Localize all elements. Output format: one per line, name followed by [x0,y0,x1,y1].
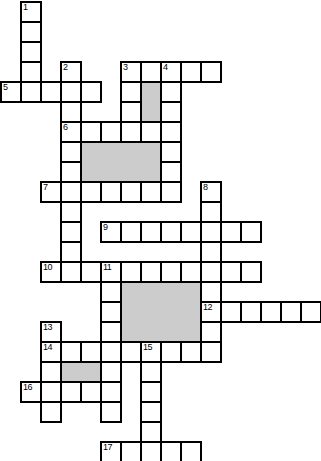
grid-cell[interactable]: 2 [60,61,82,83]
grid-cell[interactable] [200,281,222,303]
grid-cell[interactable] [80,81,102,103]
grid-cell[interactable]: 13 [40,321,62,343]
grid-cell[interactable] [200,341,222,363]
grid-cell[interactable] [100,341,122,363]
grid-cell[interactable]: 15 [140,341,162,363]
grid-cell[interactable] [200,201,222,223]
grid-cell[interactable] [80,121,102,143]
grid-cell[interactable] [60,141,82,163]
grid-cell[interactable] [160,341,182,363]
clue-number: 5 [3,83,8,92]
grid-cell[interactable] [180,261,202,283]
grid-cell[interactable] [100,321,122,343]
clue-number: 7 [43,183,48,192]
grid-cell[interactable]: 6 [60,121,82,143]
grid-cell[interactable] [220,301,242,323]
grid-cell[interactable] [80,261,102,283]
grid-cell[interactable] [160,181,182,203]
grid-cell[interactable] [100,361,122,383]
grid-cell[interactable] [200,61,222,83]
grid-cell[interactable] [40,81,62,103]
grid-cell[interactable]: 16 [20,381,42,403]
clue-number: 4 [163,63,168,72]
grid-cell[interactable] [60,81,82,103]
grid-cell[interactable] [240,261,262,283]
grid-cell[interactable] [60,261,82,283]
grid-cell[interactable] [60,381,82,403]
grid-cell[interactable] [120,261,142,283]
grid-cell[interactable] [160,161,182,183]
grid-cell[interactable]: 10 [40,261,62,283]
grid-cell[interactable] [200,261,222,283]
grid-cell[interactable] [140,401,162,423]
grid-cell[interactable] [140,221,162,243]
grid-cell[interactable]: 5 [0,81,22,103]
clue-number: 10 [43,263,52,272]
grid-cell[interactable] [160,441,182,461]
grid-cell[interactable] [40,361,62,383]
grid-cell[interactable] [140,441,162,461]
grid-cell[interactable] [180,341,202,363]
grid-cell[interactable] [80,181,102,203]
grid-cell[interactable] [120,101,142,123]
grid-cell[interactable] [60,101,82,123]
grid-cell[interactable] [60,201,82,223]
clue-number: 1 [23,3,28,12]
grid-cell[interactable] [140,421,162,443]
grid-cell[interactable] [160,261,182,283]
grid-cell[interactable] [140,261,162,283]
grid-cell[interactable] [60,161,82,183]
image-placeholder [140,81,162,123]
grid-cell[interactable] [140,121,162,143]
clue-number: 2 [63,63,68,72]
grid-cell[interactable] [120,441,142,461]
grid-cell[interactable] [140,61,162,83]
grid-cell[interactable] [200,221,222,243]
grid-cell[interactable] [300,301,321,323]
grid-cell[interactable] [140,361,162,383]
grid-cell[interactable] [260,301,282,323]
grid-cell[interactable] [220,261,242,283]
grid-cell[interactable] [100,401,122,423]
grid-cell[interactable]: 12 [200,301,222,323]
grid-cell[interactable]: 4 [160,61,182,83]
grid-cell[interactable]: 17 [100,441,122,461]
image-placeholder [120,281,202,343]
clue-number: 14 [43,343,52,352]
crossword-board: 1234567891011121314151617 [0,0,321,461]
grid-cell[interactable] [160,141,182,163]
grid-cell[interactable] [100,381,122,403]
grid-cell[interactable] [200,321,222,343]
grid-cell[interactable] [100,181,122,203]
grid-cell[interactable] [200,241,222,263]
clue-number: 13 [43,323,52,332]
grid-cell[interactable] [120,121,142,143]
grid-cell[interactable] [20,21,42,43]
grid-cell[interactable] [20,81,42,103]
grid-cell[interactable]: 7 [40,181,62,203]
clue-number: 6 [63,123,68,132]
clue-number: 12 [203,303,212,312]
grid-cell[interactable] [280,301,302,323]
grid-cell[interactable] [60,221,82,243]
grid-cell[interactable]: 1 [20,1,42,23]
grid-cell[interactable] [100,301,122,323]
grid-cell[interactable]: 8 [200,181,222,203]
grid-cell[interactable] [20,41,42,63]
grid-cell[interactable] [160,101,182,123]
grid-cell[interactable] [60,241,82,263]
clue-number: 15 [143,343,152,352]
grid-cell[interactable] [120,81,142,103]
grid-cell[interactable] [140,181,162,203]
grid-cell[interactable] [160,81,182,103]
grid-cell[interactable]: 14 [40,341,62,363]
grid-cell[interactable]: 11 [100,261,122,283]
grid-cell[interactable] [140,381,162,403]
image-placeholder [60,361,102,383]
clue-number: 16 [23,383,32,392]
clue-number: 8 [203,183,208,192]
grid-cell[interactable] [120,181,142,203]
clue-number: 11 [103,263,111,272]
grid-cell[interactable] [100,121,122,143]
grid-cell[interactable]: 9 [100,221,122,243]
clue-number: 9 [103,223,108,232]
grid-cell[interactable] [80,381,102,403]
grid-cell[interactable] [60,181,82,203]
grid-cell[interactable] [220,221,242,243]
grid-cell[interactable] [40,401,62,423]
grid-cell[interactable] [60,341,82,363]
image-placeholder [80,141,162,183]
grid-cell[interactable] [160,221,182,243]
grid-cell[interactable] [240,301,262,323]
grid-cell[interactable] [180,221,202,243]
grid-cell[interactable] [120,221,142,243]
grid-cell[interactable] [40,381,62,403]
clue-number: 3 [123,63,128,72]
grid-cell[interactable]: 3 [120,61,142,83]
grid-cell[interactable] [20,61,42,83]
grid-cell[interactable] [180,441,202,461]
grid-cell[interactable] [240,221,262,243]
grid-cell[interactable] [80,341,102,363]
grid-cell[interactable] [160,121,182,143]
grid-cell[interactable] [180,61,202,83]
grid-cell[interactable] [120,341,142,363]
clue-number: 17 [103,443,112,452]
grid-cell[interactable] [100,281,122,303]
